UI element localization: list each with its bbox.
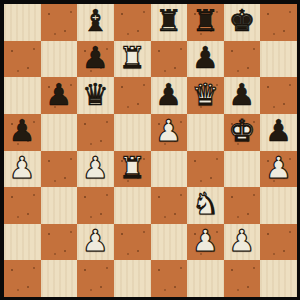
white-knight-f3[interactable]: ♞ xyxy=(192,189,219,219)
square-f1[interactable] xyxy=(187,260,224,297)
square-d6[interactable] xyxy=(114,77,151,114)
square-f3[interactable]: ♞ xyxy=(187,187,224,224)
chess-board: ♝♜♜♚♟♜♟♟♛♟♛♟♟♟♚♟♟♟♜♟♞♟♟♟ xyxy=(0,0,300,300)
square-h5[interactable]: ♟ xyxy=(260,114,297,151)
square-h2[interactable] xyxy=(260,224,297,261)
square-a6[interactable] xyxy=(4,77,41,114)
square-b1[interactable] xyxy=(41,260,78,297)
square-d2[interactable] xyxy=(114,224,151,261)
black-pawn-a5[interactable]: ♟ xyxy=(9,116,36,146)
square-b4[interactable] xyxy=(41,151,78,188)
square-d1[interactable] xyxy=(114,260,151,297)
black-rook-e8[interactable]: ♜ xyxy=(155,6,182,36)
square-f7[interactable]: ♟ xyxy=(187,41,224,78)
square-a4[interactable]: ♟ xyxy=(4,151,41,188)
square-a3[interactable] xyxy=(4,187,41,224)
square-d5[interactable] xyxy=(114,114,151,151)
black-queen-c6[interactable]: ♛ xyxy=(82,80,109,110)
square-b6[interactable]: ♟ xyxy=(41,77,78,114)
square-e7[interactable] xyxy=(151,41,188,78)
square-b5[interactable] xyxy=(41,114,78,151)
square-e5[interactable]: ♟ xyxy=(151,114,188,151)
black-pawn-f7[interactable]: ♟ xyxy=(192,43,219,73)
black-pawn-c7[interactable]: ♟ xyxy=(82,43,109,73)
white-pawn-c4[interactable]: ♟ xyxy=(82,153,109,183)
white-rook-d7[interactable]: ♜ xyxy=(119,43,146,73)
black-pawn-h5[interactable]: ♟ xyxy=(265,116,292,146)
square-h6[interactable] xyxy=(260,77,297,114)
square-h4[interactable]: ♟ xyxy=(260,151,297,188)
black-pawn-e6[interactable]: ♟ xyxy=(155,80,182,110)
square-f5[interactable] xyxy=(187,114,224,151)
black-pawn-g6[interactable]: ♟ xyxy=(229,80,256,110)
square-e4[interactable] xyxy=(151,151,188,188)
white-rook-d4[interactable]: ♜ xyxy=(119,153,146,183)
square-d8[interactable] xyxy=(114,4,151,41)
square-e8[interactable]: ♜ xyxy=(151,4,188,41)
square-a7[interactable] xyxy=(4,41,41,78)
square-e2[interactable] xyxy=(151,224,188,261)
square-h1[interactable] xyxy=(260,260,297,297)
square-c5[interactable] xyxy=(77,114,114,151)
white-pawn-h4[interactable]: ♟ xyxy=(265,153,292,183)
square-a2[interactable] xyxy=(4,224,41,261)
square-c3[interactable] xyxy=(77,187,114,224)
white-pawn-c2[interactable]: ♟ xyxy=(82,226,109,256)
white-king-g5[interactable]: ♚ xyxy=(229,116,256,146)
square-b8[interactable] xyxy=(41,4,78,41)
square-g4[interactable] xyxy=(224,151,261,188)
square-f6[interactable]: ♛ xyxy=(187,77,224,114)
white-queen-f6[interactable]: ♛ xyxy=(192,80,219,110)
square-d4[interactable]: ♜ xyxy=(114,151,151,188)
square-d7[interactable]: ♜ xyxy=(114,41,151,78)
white-pawn-g2[interactable]: ♟ xyxy=(229,226,256,256)
square-h3[interactable] xyxy=(260,187,297,224)
square-c8[interactable]: ♝ xyxy=(77,4,114,41)
white-pawn-e5[interactable]: ♟ xyxy=(155,116,182,146)
black-rook-f8[interactable]: ♜ xyxy=(192,6,219,36)
white-pawn-a4[interactable]: ♟ xyxy=(9,153,36,183)
square-g2[interactable]: ♟ xyxy=(224,224,261,261)
square-a1[interactable] xyxy=(4,260,41,297)
square-f2[interactable]: ♟ xyxy=(187,224,224,261)
square-b7[interactable] xyxy=(41,41,78,78)
square-c4[interactable]: ♟ xyxy=(77,151,114,188)
square-d3[interactable] xyxy=(114,187,151,224)
square-h7[interactable] xyxy=(260,41,297,78)
square-e6[interactable]: ♟ xyxy=(151,77,188,114)
square-c6[interactable]: ♛ xyxy=(77,77,114,114)
square-a8[interactable] xyxy=(4,4,41,41)
square-e1[interactable] xyxy=(151,260,188,297)
square-c2[interactable]: ♟ xyxy=(77,224,114,261)
square-g6[interactable]: ♟ xyxy=(224,77,261,114)
square-h8[interactable] xyxy=(260,4,297,41)
square-g8[interactable]: ♚ xyxy=(224,4,261,41)
square-b2[interactable] xyxy=(41,224,78,261)
black-king-g8[interactable]: ♚ xyxy=(229,6,256,36)
square-e3[interactable] xyxy=(151,187,188,224)
square-g1[interactable] xyxy=(224,260,261,297)
square-g5[interactable]: ♚ xyxy=(224,114,261,151)
chess-board-grid: ♝♜♜♚♟♜♟♟♛♟♛♟♟♟♚♟♟♟♜♟♞♟♟♟ xyxy=(4,4,297,297)
square-f8[interactable]: ♜ xyxy=(187,4,224,41)
square-g7[interactable] xyxy=(224,41,261,78)
white-pawn-f2[interactable]: ♟ xyxy=(192,226,219,256)
black-bishop-c8[interactable]: ♝ xyxy=(82,6,109,36)
square-f4[interactable] xyxy=(187,151,224,188)
square-c7[interactable]: ♟ xyxy=(77,41,114,78)
square-a5[interactable]: ♟ xyxy=(4,114,41,151)
square-c1[interactable] xyxy=(77,260,114,297)
black-pawn-b6[interactable]: ♟ xyxy=(45,80,72,110)
square-b3[interactable] xyxy=(41,187,78,224)
square-g3[interactable] xyxy=(224,187,261,224)
